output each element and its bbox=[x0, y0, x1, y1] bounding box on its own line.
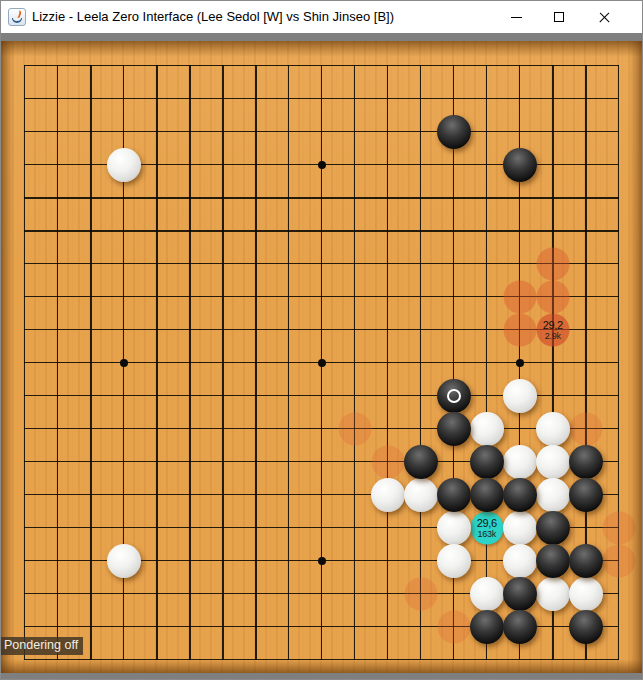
candidate-move-R11[interactable]: 29,22.9k bbox=[536, 313, 569, 346]
candidate-move-R13[interactable] bbox=[536, 247, 569, 280]
maximize-icon bbox=[554, 12, 564, 22]
black-stone-Q3 bbox=[503, 577, 537, 611]
candidate-move-T5[interactable] bbox=[602, 511, 635, 544]
white-stone-Q9 bbox=[503, 379, 537, 413]
black-stone-S6 bbox=[569, 478, 603, 512]
frame-strip-bottom bbox=[1, 673, 642, 680]
black-stone-N7 bbox=[404, 445, 438, 479]
frame-strip-top bbox=[1, 33, 642, 41]
candidate-move-P5[interactable]: 29,6163k bbox=[470, 511, 503, 544]
white-stone-R7 bbox=[536, 445, 570, 479]
black-stone-Q6 bbox=[503, 478, 537, 512]
minimize-icon bbox=[511, 17, 522, 18]
black-stone-P6 bbox=[470, 478, 504, 512]
white-stone-D16 bbox=[107, 148, 141, 182]
white-stone-D4 bbox=[107, 544, 141, 578]
board-edge-shading bbox=[1, 659, 643, 673]
candidate-move-S8[interactable] bbox=[569, 412, 602, 445]
white-stone-O4 bbox=[437, 544, 471, 578]
white-stone-R6 bbox=[536, 478, 570, 512]
white-stone-R3 bbox=[536, 577, 570, 611]
board-edge-shading bbox=[629, 41, 643, 673]
star-point bbox=[318, 359, 326, 367]
candidate-move-O2[interactable] bbox=[437, 610, 470, 643]
pondering-status: Pondering off bbox=[1, 637, 83, 655]
java-coffee-icon bbox=[8, 8, 26, 26]
white-stone-Q7 bbox=[503, 445, 537, 479]
black-stone-O6 bbox=[437, 478, 471, 512]
white-stone-Q4 bbox=[503, 544, 537, 578]
candidate-move-N3[interactable] bbox=[404, 577, 437, 610]
board-edge-shading bbox=[1, 41, 14, 673]
white-stone-O5 bbox=[437, 511, 471, 545]
candidate-move-L8[interactable] bbox=[338, 412, 371, 445]
black-stone-R5 bbox=[536, 511, 570, 545]
black-stone-S2 bbox=[569, 610, 603, 644]
black-stone-P2 bbox=[470, 610, 504, 644]
candidate-visits: 163k bbox=[478, 529, 496, 538]
white-stone-M6 bbox=[371, 478, 405, 512]
board-edge-shading bbox=[1, 41, 643, 57]
coffee-cup-icon bbox=[12, 18, 22, 23]
candidate-move-R12[interactable] bbox=[536, 280, 569, 313]
candidate-winrate: 29,6 bbox=[477, 517, 497, 528]
star-point bbox=[516, 359, 524, 367]
black-stone-S4 bbox=[569, 544, 603, 578]
candidate-move-Q11[interactable] bbox=[503, 313, 536, 346]
last-move-marker bbox=[447, 389, 461, 403]
candidate-move-M7[interactable] bbox=[371, 445, 404, 478]
black-stone-R4 bbox=[536, 544, 570, 578]
window-title: Lizzie - Leela Zero Interface (Lee Sedol… bbox=[32, 1, 394, 33]
black-stone-Q2 bbox=[503, 610, 537, 644]
white-stone-P8 bbox=[470, 412, 504, 446]
minimize-button[interactable] bbox=[495, 1, 538, 33]
candidate-winrate: 29,2 bbox=[543, 319, 563, 330]
lizzie-window: Lizzie - Leela Zero Interface (Lee Sedol… bbox=[0, 0, 643, 680]
candidate-visits: 2.9k bbox=[545, 331, 561, 340]
go-board-grid[interactable]: 29,22.9k29,6163k bbox=[24, 65, 619, 660]
black-stone-O8 bbox=[437, 412, 471, 446]
maximize-button[interactable] bbox=[538, 1, 581, 33]
black-stone-P7 bbox=[470, 445, 504, 479]
star-point bbox=[318, 161, 326, 169]
star-point bbox=[318, 557, 326, 565]
white-stone-Q5 bbox=[503, 511, 537, 545]
go-board[interactable]: 29,22.9k29,6163k bbox=[1, 41, 643, 673]
white-stone-S3 bbox=[569, 577, 603, 611]
black-stone-O9 bbox=[437, 379, 471, 413]
white-stone-R8 bbox=[536, 412, 570, 446]
black-stone-S7 bbox=[569, 445, 603, 479]
candidate-move-Q12[interactable] bbox=[503, 280, 536, 313]
star-point bbox=[120, 359, 128, 367]
black-stone-O17 bbox=[437, 115, 471, 149]
white-stone-N6 bbox=[404, 478, 438, 512]
black-stone-Q16 bbox=[503, 148, 537, 182]
candidate-move-T4[interactable] bbox=[602, 544, 635, 577]
white-stone-P3 bbox=[470, 577, 504, 611]
title-bar[interactable]: Lizzie - Leela Zero Interface (Lee Sedol… bbox=[1, 1, 642, 33]
close-button[interactable] bbox=[583, 1, 626, 33]
